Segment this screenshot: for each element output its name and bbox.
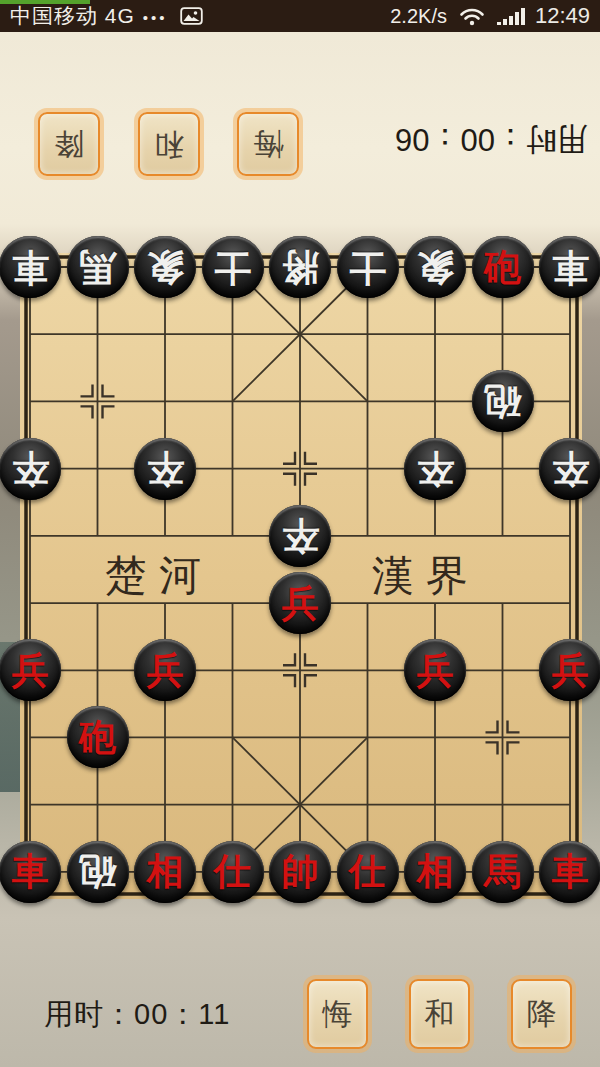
- piece-glyph: 仕: [349, 853, 386, 890]
- piece-black-士-r0c3[interactable]: 士: [202, 236, 264, 298]
- status-bar: 中国移动 4G ••• 2.2K/s 12:49: [0, 0, 600, 32]
- piece-glyph: 砲: [79, 719, 116, 756]
- piece-black-卒-r3c8[interactable]: 卒: [539, 438, 600, 500]
- undo-button-top[interactable]: 悔: [237, 112, 299, 176]
- piece-red-車-r9c8[interactable]: 車: [539, 841, 600, 903]
- piece-red-兵-r6c2[interactable]: 兵: [134, 639, 196, 701]
- piece-red-仕-r9c3[interactable]: 仕: [202, 841, 264, 903]
- piece-black-卒-r3c2[interactable]: 卒: [134, 438, 196, 500]
- draw-button[interactable]: 和: [409, 979, 470, 1049]
- piece-red-砲-r0c7[interactable]: 砲: [472, 236, 534, 298]
- resign-button[interactable]: 降: [511, 979, 572, 1049]
- carrier-text: 中国移动 4G: [10, 2, 135, 30]
- piece-glyph: 馬: [484, 853, 521, 890]
- piece-glyph: 士: [349, 249, 386, 286]
- piece-black-砲-r9c1[interactable]: 砲: [67, 841, 129, 903]
- piece-glyph: 兵: [147, 652, 184, 689]
- piece-black-士-r0c5[interactable]: 士: [337, 236, 399, 298]
- piece-red-兵-r6c0[interactable]: 兵: [0, 639, 61, 701]
- piece-glyph: 車: [552, 853, 589, 890]
- opponent-elapsed-time: 用时：00：06: [340, 118, 588, 160]
- wifi-icon: [459, 6, 485, 26]
- piece-black-卒-r3c6[interactable]: 卒: [404, 438, 466, 500]
- piece-glyph: 兵: [417, 652, 454, 689]
- piece-red-兵-r5c4[interactable]: 兵: [269, 572, 331, 634]
- piece-glyph: 兵: [12, 652, 49, 689]
- piece-glyph: 車: [552, 249, 589, 286]
- piece-black-車-r0c0[interactable]: 車: [0, 236, 61, 298]
- piece-glyph: 砲: [484, 249, 521, 286]
- river-label-left: 楚河: [105, 548, 213, 604]
- piece-glyph: 相: [417, 853, 454, 890]
- piece-red-仕-r9c5[interactable]: 仕: [337, 841, 399, 903]
- piece-red-砲-r7c1[interactable]: 砲: [67, 706, 129, 768]
- piece-glyph: 象: [417, 249, 454, 286]
- piece-glyph: 象: [147, 249, 184, 286]
- piece-glyph: 卒: [147, 450, 184, 487]
- piece-black-車-r0c8[interactable]: 車: [539, 236, 600, 298]
- piece-black-象-r0c6[interactable]: 象: [404, 236, 466, 298]
- piece-red-馬-r9c7[interactable]: 馬: [472, 841, 534, 903]
- river-label-right: 漢界: [372, 548, 480, 604]
- piece-black-卒-r4c4[interactable]: 卒: [269, 505, 331, 567]
- piece-glyph: 車: [12, 249, 49, 286]
- piece-glyph: 士: [214, 249, 251, 286]
- piece-black-卒-r3c0[interactable]: 卒: [0, 438, 61, 500]
- piece-red-車-r9c0[interactable]: 車: [0, 841, 61, 903]
- resign-button-top[interactable]: 降: [38, 112, 100, 176]
- undo-button[interactable]: 悔: [307, 979, 368, 1049]
- piece-glyph: 卒: [282, 517, 319, 554]
- photo-notification-icon: [180, 7, 203, 25]
- player-elapsed-time: 用时：00：11: [44, 995, 230, 1035]
- piece-glyph: 相: [147, 853, 184, 890]
- piece-glyph: 卒: [417, 450, 454, 487]
- clock-text: 12:49: [535, 3, 590, 29]
- signal-strength-icon: [497, 6, 529, 26]
- piece-red-帥-r9c4[interactable]: 帥: [269, 841, 331, 903]
- signal-dots: •••: [143, 9, 168, 26]
- piece-black-馬-r0c1[interactable]: 馬: [67, 236, 129, 298]
- piece-red-兵-r6c6[interactable]: 兵: [404, 639, 466, 701]
- notification-progress-strip: [0, 0, 90, 4]
- piece-black-將-r0c4[interactable]: 將: [269, 236, 331, 298]
- piece-glyph: 砲: [79, 853, 116, 890]
- piece-glyph: 卒: [552, 450, 589, 487]
- piece-glyph: 帥: [282, 853, 319, 890]
- piece-glyph: 將: [282, 249, 319, 286]
- piece-glyph: 仕: [214, 853, 251, 890]
- network-speed-text: 2.2K/s: [390, 5, 447, 28]
- draw-button-top[interactable]: 和: [138, 112, 200, 176]
- piece-red-相-r9c6[interactable]: 相: [404, 841, 466, 903]
- piece-red-相-r9c2[interactable]: 相: [134, 841, 196, 903]
- piece-glyph: 兵: [282, 585, 319, 622]
- piece-red-兵-r6c8[interactable]: 兵: [539, 639, 600, 701]
- piece-glyph: 卒: [12, 450, 49, 487]
- piece-glyph: 車: [12, 853, 49, 890]
- piece-glyph: 馬: [79, 249, 116, 286]
- piece-glyph: 砲: [484, 383, 521, 420]
- piece-glyph: 兵: [552, 652, 589, 689]
- piece-black-象-r0c2[interactable]: 象: [134, 236, 196, 298]
- piece-black-砲-r2c7[interactable]: 砲: [472, 370, 534, 432]
